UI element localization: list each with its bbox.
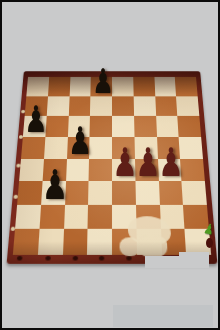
black-pawn-icon: ♟ bbox=[92, 63, 114, 97]
red-pawn-icon: ♟ bbox=[135, 143, 161, 183]
black-pawn-icon: ♟ bbox=[24, 102, 48, 139]
black-pawn-icon: ♟ bbox=[67, 122, 92, 160]
right-frame-dot bbox=[206, 238, 213, 248]
black-pawn-icon: ♟ bbox=[41, 165, 68, 206]
red-pawn-icon: ♟ bbox=[112, 143, 138, 183]
screenshot-root: ♟♟♟♟♟♟♟ ♟ bbox=[0, 0, 220, 330]
red-pawn-icon: ♟ bbox=[158, 143, 184, 183]
pieces-layer: ♟♟♟♟♟♟♟ bbox=[2, 2, 218, 328]
